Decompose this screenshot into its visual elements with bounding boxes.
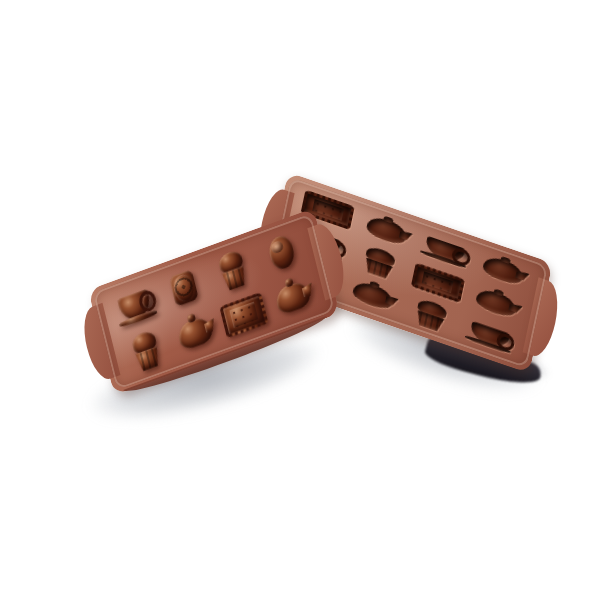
cupcake-shape bbox=[413, 297, 450, 334]
bonbon-shape bbox=[267, 233, 297, 272]
teacup-shape bbox=[117, 289, 153, 323]
teapot-shape bbox=[482, 254, 525, 286]
cupcake-shape bbox=[361, 244, 398, 281]
biscuit-shape bbox=[220, 293, 268, 338]
cupcake-shape bbox=[129, 328, 163, 373]
rose-shape bbox=[169, 269, 199, 307]
teapot-shape bbox=[274, 279, 312, 317]
cupcake-shape bbox=[216, 248, 250, 293]
teacup-shape bbox=[424, 236, 465, 266]
teapot-shape bbox=[475, 287, 518, 319]
teapot-shape bbox=[351, 279, 394, 311]
teacup-shape bbox=[469, 321, 510, 351]
teapot-shape bbox=[365, 214, 408, 246]
product-photo-stage bbox=[0, 0, 600, 600]
teapot-shape bbox=[176, 314, 214, 352]
